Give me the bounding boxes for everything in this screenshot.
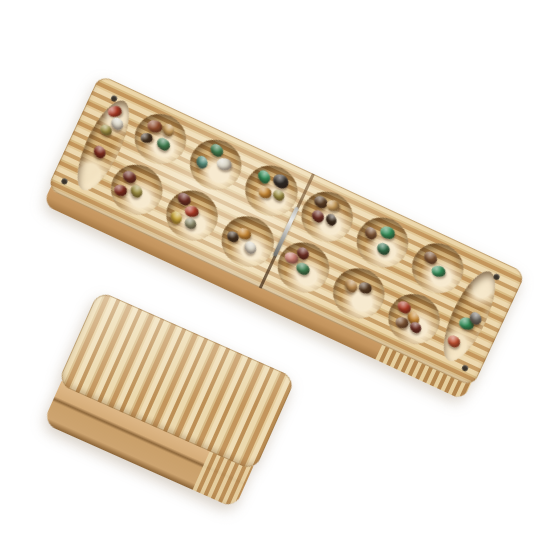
screw-dot [60,177,68,185]
gem-stone-brown [422,249,440,266]
gem-stone-olive [270,187,286,202]
gem-stone-olive [128,183,145,200]
gem-stone-red [184,205,199,217]
pit-front-1[interactable] [103,156,171,223]
gem-stone-black [271,172,291,191]
gem-stone-yellow [169,209,185,226]
gem-stone-amber [258,186,273,199]
gem-stone-white [216,158,232,171]
product-photo-scene [0,0,560,560]
gem-stone-green [294,261,311,277]
gem-stone-dark-red [91,144,108,161]
gem-stone-dark-green [375,241,391,256]
pit-back-1[interactable] [126,105,194,172]
gem-stone-black-brown [323,212,338,228]
pit-back-6[interactable] [403,235,471,302]
gem-stone-white [242,239,259,256]
pit-front-6[interactable] [380,285,448,352]
gem-stone-green [379,225,397,240]
gem-stone-teal [195,154,210,170]
gem-stone-gray-green [183,216,198,230]
gem-stone-tan [160,121,176,138]
gem-stone-green [208,141,226,158]
pit-back-2[interactable] [182,131,250,198]
gem-stone-dark-brown [140,133,153,144]
gem-stone-tan [327,200,340,211]
gem-stone-dark-red [113,184,128,197]
screw-dot [461,364,469,372]
gem-stone-maroon [309,208,326,225]
folded-board-case [40,290,296,509]
gem-stone-red-brown [147,119,164,133]
gem-stone-green [431,265,446,277]
gem-stone-brown [395,317,409,329]
gem-stone-amber [236,227,252,241]
gem-stone-brown [362,225,379,242]
gem-stone-amber-tan [343,277,360,295]
gem-stone-maroon [121,169,138,185]
gem-stone-green [255,168,272,186]
gem-stone-dark-brown [357,281,372,294]
pit-front-5[interactable] [324,259,392,326]
gem-stone-red-orange [446,333,462,348]
pit-front-2[interactable] [158,182,226,249]
gem-stone-green [155,136,173,153]
pit-back-5[interactable] [348,209,416,276]
